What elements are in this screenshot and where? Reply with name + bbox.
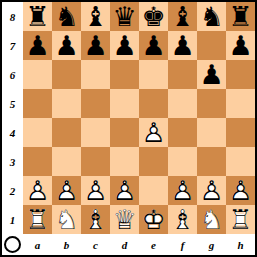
square-e8[interactable]: ♚ [139,2,168,31]
piece-black-pawn: ♟ [81,31,110,60]
side-to-move-cell [2,234,23,255]
square-h2[interactable]: ♟♙ [226,176,255,205]
piece-black-pawn: ♟ [226,31,255,60]
square-f4[interactable] [168,118,197,147]
square-d5[interactable] [110,89,139,118]
square-b1[interactable]: ♞♘ [52,205,81,234]
square-f1[interactable]: ♝♗ [168,205,197,234]
square-a8[interactable]: ♜ [23,2,52,31]
square-e3[interactable] [139,147,168,176]
square-f2[interactable]: ♟♙ [168,176,197,205]
file-label-e: e [139,234,168,255]
square-g7[interactable] [197,31,226,60]
piece-black-pawn: ♟ [52,31,81,60]
square-e7[interactable]: ♟ [139,31,168,60]
square-b8[interactable]: ♞ [52,2,81,31]
piece-black-rook: ♜ [226,2,255,31]
square-f3[interactable] [168,147,197,176]
piece-white-pawn: ♟♙ [52,176,81,205]
square-b2[interactable]: ♟♙ [52,176,81,205]
piece-black-knight: ♞ [52,2,81,31]
file-label-c: c [81,234,110,255]
piece-black-pawn: ♟ [168,31,197,60]
piece-white-king: ♚♔ [139,205,168,234]
chess-diagram: 8♜♞♝♛♚♝♞♜7♟♟♟♟♟♟♟6♟54♟♙32♟♙♟♙♟♙♟♙♟♙♟♙♟♙1… [0,0,257,257]
file-label-d: d [110,234,139,255]
rank-label-4: 4 [2,118,23,147]
square-d4[interactable] [110,118,139,147]
file-label-a: a [23,234,52,255]
square-e5[interactable] [139,89,168,118]
square-h1[interactable]: ♜♖ [226,205,255,234]
square-c8[interactable]: ♝ [81,2,110,31]
square-g1[interactable]: ♞♘ [197,205,226,234]
square-a6[interactable] [23,60,52,89]
square-c6[interactable] [81,60,110,89]
piece-white-pawn: ♟♙ [81,176,110,205]
square-g4[interactable] [197,118,226,147]
square-c4[interactable] [81,118,110,147]
rank-label-1: 1 [2,205,23,234]
square-a5[interactable] [23,89,52,118]
piece-white-pawn: ♟♙ [168,176,197,205]
square-e6[interactable] [139,60,168,89]
rank-label-3: 3 [2,147,23,176]
piece-black-rook: ♜ [23,2,52,31]
square-d1[interactable]: ♛♕ [110,205,139,234]
square-b4[interactable] [52,118,81,147]
piece-white-pawn: ♟♙ [110,176,139,205]
square-f7[interactable]: ♟ [168,31,197,60]
piece-black-bishop: ♝ [81,2,110,31]
piece-white-knight: ♞♘ [197,205,226,234]
piece-white-rook: ♜♖ [226,205,255,234]
chess-board: 8♜♞♝♛♚♝♞♜7♟♟♟♟♟♟♟6♟54♟♙32♟♙♟♙♟♙♟♙♟♙♟♙♟♙1… [2,2,255,255]
rank-label-2: 2 [2,176,23,205]
square-e4[interactable]: ♟♙ [139,118,168,147]
rank-label-5: 5 [2,89,23,118]
square-a2[interactable]: ♟♙ [23,176,52,205]
piece-black-knight: ♞ [197,2,226,31]
square-b3[interactable] [52,147,81,176]
piece-white-pawn: ♟♙ [197,176,226,205]
square-g8[interactable]: ♞ [197,2,226,31]
square-b6[interactable] [52,60,81,89]
file-label-h: h [226,234,255,255]
square-a1[interactable]: ♜♖ [23,205,52,234]
square-e1[interactable]: ♚♔ [139,205,168,234]
square-c5[interactable] [81,89,110,118]
square-a4[interactable] [23,118,52,147]
piece-black-pawn: ♟ [23,31,52,60]
square-g6[interactable]: ♟ [197,60,226,89]
square-a3[interactable] [23,147,52,176]
square-a7[interactable]: ♟ [23,31,52,60]
piece-white-queen: ♛♕ [110,205,139,234]
piece-white-bishop: ♝♗ [81,205,110,234]
square-c2[interactable]: ♟♙ [81,176,110,205]
piece-white-pawn: ♟♙ [139,118,168,147]
square-f5[interactable] [168,89,197,118]
file-label-f: f [168,234,197,255]
file-label-g: g [197,234,226,255]
piece-white-pawn: ♟♙ [226,176,255,205]
square-g2[interactable]: ♟♙ [197,176,226,205]
square-h7[interactable]: ♟ [226,31,255,60]
piece-black-pawn: ♟ [139,31,168,60]
square-d8[interactable]: ♛ [110,2,139,31]
square-d6[interactable] [110,60,139,89]
piece-white-pawn: ♟♙ [23,176,52,205]
square-f8[interactable]: ♝ [168,2,197,31]
piece-white-bishop: ♝♗ [168,205,197,234]
rank-label-8: 8 [2,2,23,31]
square-g3[interactable] [197,147,226,176]
square-d3[interactable] [110,147,139,176]
square-e2[interactable] [139,176,168,205]
square-b5[interactable] [52,89,81,118]
square-h8[interactable]: ♜ [226,2,255,31]
white-to-move-circle-icon [4,236,21,253]
piece-black-king: ♚ [139,2,168,31]
square-h3[interactable] [226,147,255,176]
piece-white-rook: ♜♖ [23,205,52,234]
square-b7[interactable]: ♟ [52,31,81,60]
piece-black-queen: ♛ [110,2,139,31]
square-h6[interactable] [226,60,255,89]
square-c1[interactable]: ♝♗ [81,205,110,234]
rank-label-6: 6 [2,60,23,89]
square-h5[interactable] [226,89,255,118]
piece-black-pawn: ♟ [197,60,226,89]
square-c3[interactable] [81,147,110,176]
file-label-b: b [52,234,81,255]
square-d7[interactable]: ♟ [110,31,139,60]
piece-black-pawn: ♟ [110,31,139,60]
piece-black-bishop: ♝ [168,2,197,31]
square-f6[interactable] [168,60,197,89]
square-c7[interactable]: ♟ [81,31,110,60]
square-h4[interactable] [226,118,255,147]
rank-label-7: 7 [2,31,23,60]
square-g5[interactable] [197,89,226,118]
square-d2[interactable]: ♟♙ [110,176,139,205]
piece-white-knight: ♞♘ [52,205,81,234]
